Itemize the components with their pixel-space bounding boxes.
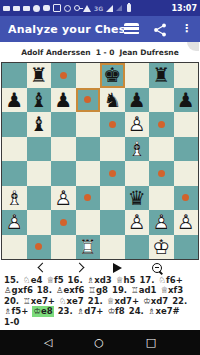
move-token[interactable]: ♕h5 [116, 275, 136, 285]
legal-move-dot [84, 96, 91, 103]
game-header: Adolf Anderssen 1 - 0 Jean Dufresne [0, 42, 200, 62]
phone-screen: 3G 13:07 Analyze your Ches... ⋮ Adolf An… [0, 0, 200, 355]
white-bishop[interactable]: ♝♗ [125, 137, 150, 162]
square-g3[interactable] [149, 186, 174, 211]
square-e4[interactable] [100, 161, 125, 186]
key-icon [74, 5, 80, 11]
move-token[interactable]: ♘e4 [23, 275, 42, 285]
white-pawn[interactable]: ♟♙ [125, 210, 150, 235]
black-rook[interactable]: ♜ [27, 63, 52, 88]
black-king[interactable]: ♚ [100, 63, 125, 88]
white-pawn[interactable]: ♟♙ [2, 210, 27, 235]
square-e8[interactable]: ♚ [100, 63, 125, 88]
square-c5[interactable] [51, 137, 76, 162]
square-a7[interactable]: ♟ [2, 88, 27, 113]
square-h1[interactable] [174, 235, 199, 260]
square-h5[interactable] [174, 137, 199, 162]
black-pawn[interactable]: ♟ [2, 88, 27, 113]
square-g5[interactable] [149, 137, 174, 162]
chess-board[interactable]: ♜♚♜♟♝♟♞♟♟♝♟♙♝♗♝♗♟♙♛♟♙♟♙♟♙♟♙♜♖♚♔ [1, 62, 199, 260]
square-c1[interactable] [51, 235, 76, 260]
white-king[interactable]: ♚♔ [149, 235, 174, 260]
android-home-button[interactable]: ○ [94, 330, 104, 355]
zoom-out-move-button[interactable] [152, 263, 162, 273]
signal-icon [106, 5, 113, 12]
legal-move-dot [60, 219, 67, 226]
legal-move-dot [158, 121, 165, 128]
move-token[interactable]: ♔xd7 [143, 296, 168, 306]
square-e1[interactable] [100, 235, 125, 260]
move-token[interactable]: ♗xe7# [148, 306, 180, 316]
square-h8[interactable] [174, 63, 199, 88]
move-token[interactable]: ♖g8 [88, 285, 108, 295]
square-c3[interactable]: ♟♙ [51, 186, 76, 211]
square-f6[interactable]: ♟♙ [125, 112, 150, 137]
play-move-button[interactable] [113, 263, 122, 273]
square-d5[interactable] [76, 137, 101, 162]
legal-move-dot [35, 243, 42, 250]
legal-move-dot [182, 194, 189, 201]
app-title: Analyze your Ches... [8, 23, 124, 36]
move-token[interactable]: ♔f8 [107, 306, 124, 316]
legal-move-dot [60, 72, 67, 79]
white-pawn[interactable]: ♟♙ [51, 186, 76, 211]
android-back-button[interactable]: ◁ [44, 330, 52, 355]
move-token[interactable]: ♙gxf6 [4, 285, 33, 295]
share-icon[interactable] [153, 22, 167, 36]
black-pawn[interactable]: ♟ [51, 88, 76, 113]
square-b8[interactable]: ♜ [27, 63, 52, 88]
mail-icon [3, 6, 10, 11]
square-b1[interactable] [27, 235, 52, 260]
square-g8[interactable]: ♜ [149, 63, 174, 88]
white-bishop[interactable]: ♝♗ [2, 186, 27, 211]
square-c6[interactable] [51, 112, 76, 137]
square-a6[interactable] [2, 112, 27, 137]
square-f2[interactable]: ♟♙ [125, 210, 150, 235]
square-d2[interactable] [76, 210, 101, 235]
square-f7[interactable]: ♟ [125, 88, 150, 113]
square-e6[interactable] [100, 112, 125, 137]
next-move-button[interactable] [74, 263, 84, 273]
move-list[interactable]: 15.♘e4♕f516.♗xd3♕h517.♘f6+♙gxf618.♙exf6♖… [0, 274, 200, 327]
move-token[interactable]: 20. [4, 296, 19, 306]
overflow-menu-icon[interactable]: ⋮ [181, 23, 192, 35]
chat-icon [43, 5, 50, 11]
current-move[interactable]: ♔e8 [32, 306, 53, 316]
legal-move-dot [84, 194, 91, 201]
square-h3[interactable] [174, 186, 199, 211]
black-bishop[interactable]: ♝ [27, 112, 52, 137]
black-pawn[interactable]: ♟ [174, 88, 199, 113]
square-f5[interactable]: ♝♗ [125, 137, 150, 162]
legal-move-dot [158, 170, 165, 177]
square-a3[interactable]: ♝♗ [2, 186, 27, 211]
black-bishop[interactable]: ♝ [27, 88, 52, 113]
wifi-icon [83, 5, 91, 12]
square-b2[interactable] [27, 210, 52, 235]
square-a4[interactable] [2, 161, 27, 186]
white-pawn[interactable]: ♟♙ [149, 210, 174, 235]
game-result: 1 - 0 [96, 48, 115, 57]
white-player-name: Adolf Anderssen [21, 48, 90, 57]
square-d3[interactable] [76, 186, 101, 211]
battery-icon [127, 4, 131, 12]
move-token[interactable]: 17. [139, 275, 154, 285]
move-token[interactable]: ♕f5 [46, 275, 63, 285]
scroll-handle[interactable] [187, 42, 199, 51]
white-pawn[interactable]: ♟♙ [174, 210, 199, 235]
black-queen[interactable]: ♛ [125, 186, 150, 211]
square-c4[interactable] [51, 161, 76, 186]
black-rook[interactable]: ♜ [149, 63, 174, 88]
move-token[interactable]: 18. [37, 285, 52, 295]
black-player-name: Jean Dufresne [119, 48, 178, 57]
square-h4[interactable] [174, 161, 199, 186]
square-c8[interactable] [51, 63, 76, 88]
move-token[interactable]: 1-0 [4, 317, 19, 327]
move-token[interactable]: ♘xe7 [59, 296, 84, 306]
legal-move-dot [109, 170, 116, 177]
square-g4[interactable] [149, 161, 174, 186]
square-g6[interactable] [149, 112, 174, 137]
square-e7[interactable]: ♞ [100, 88, 125, 113]
square-h7[interactable]: ♟ [174, 88, 199, 113]
move-token[interactable]: ♘f6+ [158, 275, 182, 285]
square-h2[interactable]: ♟♙ [174, 210, 199, 235]
move-token[interactable]: ♗f5+ [4, 306, 28, 316]
square-b5[interactable] [27, 137, 52, 162]
square-g7[interactable] [149, 88, 174, 113]
navigation-controls [0, 260, 200, 274]
white-rook[interactable]: ♜♖ [76, 235, 101, 260]
move-token[interactable]: 23. [58, 306, 73, 316]
move-token[interactable]: ♖ad1 [131, 285, 156, 295]
app-bar: Analyze your Ches... ⋮ [0, 16, 200, 42]
square-e3[interactable] [100, 186, 125, 211]
move-token[interactable]: ♗xd3 [87, 275, 112, 285]
square-b4[interactable] [27, 161, 52, 186]
android-recents-button[interactable]: □ [146, 330, 156, 355]
move-token[interactable]: 15. [4, 275, 19, 285]
square-g2[interactable]: ♟♙ [149, 210, 174, 235]
square-d6[interactable] [76, 112, 101, 137]
square-f8[interactable] [125, 63, 150, 88]
mail-icon [13, 6, 20, 11]
status-icons: 3G [3, 4, 131, 12]
move-token[interactable]: 22. [172, 296, 187, 306]
mail-icon [23, 6, 30, 11]
square-e2[interactable] [100, 210, 125, 235]
move-token[interactable]: 24. [129, 306, 144, 316]
square-b3[interactable] [27, 186, 52, 211]
square-b7[interactable]: ♝ [27, 88, 52, 113]
square-d7[interactable] [76, 88, 101, 113]
square-a5[interactable] [2, 137, 27, 162]
move-token[interactable]: ♕xf3 [160, 285, 183, 295]
square-g1[interactable]: ♚♔ [149, 235, 174, 260]
white-pawn[interactable]: ♟♙ [125, 112, 150, 137]
screenshot-icon [53, 4, 61, 12]
square-h6[interactable] [174, 112, 199, 137]
square-a8[interactable] [2, 63, 27, 88]
move-list-icon[interactable] [124, 23, 139, 35]
send-icon [33, 5, 40, 12]
square-e5[interactable] [100, 137, 125, 162]
square-a2[interactable]: ♟♙ [2, 210, 27, 235]
square-a1[interactable] [2, 235, 27, 260]
move-token[interactable]: 16. [68, 275, 83, 285]
android-nav-bar: ◁○□ [0, 330, 200, 355]
3g-icon: 3G [94, 5, 103, 12]
square-d8[interactable] [76, 63, 101, 88]
square-f1[interactable] [125, 235, 150, 260]
square-d1[interactable]: ♜♖ [76, 235, 101, 260]
prev-move-button[interactable] [37, 263, 47, 273]
legal-move-dot [109, 121, 116, 128]
square-d4[interactable] [76, 161, 101, 186]
square-f3[interactable]: ♛ [125, 186, 150, 211]
status-bar: 3G 13:07 [0, 0, 200, 16]
square-c7[interactable]: ♟ [51, 88, 76, 113]
square-c2[interactable] [51, 210, 76, 235]
square-b6[interactable]: ♝ [27, 112, 52, 137]
black-knight[interactable]: ♞ [100, 88, 125, 113]
move-token[interactable]: ♖xe7+ [23, 296, 55, 306]
move-token[interactable]: 19. [112, 285, 127, 295]
move-token[interactable]: 21. [88, 296, 103, 306]
signal-dim-icon [116, 5, 122, 11]
alarm-icon [64, 5, 71, 12]
move-token[interactable]: ♙exf6 [56, 285, 84, 295]
status-clock: 13:07 [172, 4, 197, 13]
move-token[interactable]: ♗d7+ [77, 306, 104, 316]
square-f4[interactable] [125, 161, 150, 186]
black-pawn[interactable]: ♟ [125, 88, 150, 113]
move-token[interactable]: ♕xd7+ [107, 296, 139, 306]
